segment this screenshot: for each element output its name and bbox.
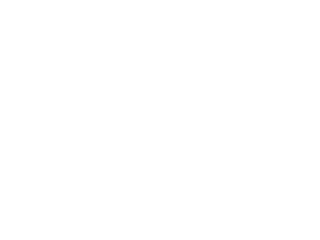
chess-board — [3, 4, 195, 196]
board-frame — [0, 0, 198, 200]
